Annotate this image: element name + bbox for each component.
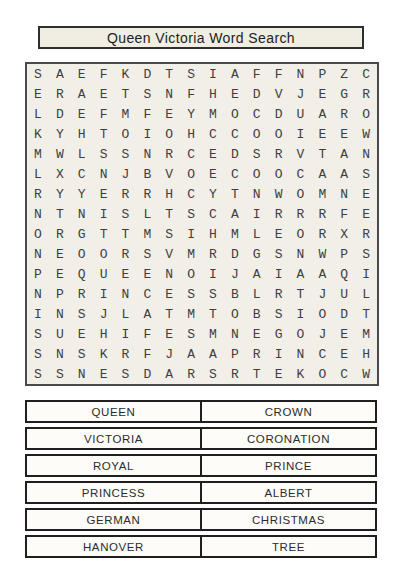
grid-cell-r13c5: L xyxy=(115,304,137,324)
grid-cell-r2c3: A xyxy=(71,84,93,104)
grid-cell-r1c15: Z xyxy=(333,64,355,84)
grid-cell-r14c10: N xyxy=(224,324,246,344)
grid-cell-r6c12: O xyxy=(268,164,290,184)
grid-cell-r7c14: M xyxy=(311,184,333,204)
grid-cell-r16c14: O xyxy=(311,364,333,384)
grid-cell-r7c10: T xyxy=(224,184,246,204)
grid-cell-r15c14: C xyxy=(311,344,333,364)
grid-cell-r5c1: M xyxy=(27,144,49,164)
word-list-row: VICTORIACORONATION xyxy=(25,427,377,450)
grid-cell-r9c13: O xyxy=(290,224,312,244)
grid-cell-r8c1: N xyxy=(27,204,49,224)
grid-cell-r11c15: Q xyxy=(333,264,355,284)
grid-cell-r7c16: E xyxy=(355,184,377,204)
grid-cell-r13c11: B xyxy=(246,304,268,324)
grid-cell-r3c14: A xyxy=(311,104,333,124)
grid-cell-r4c6: I xyxy=(136,124,158,144)
grid-cell-r3c13: U xyxy=(290,104,312,124)
grid-cell-r4c3: H xyxy=(71,124,93,144)
grid-cell-r11c11: A xyxy=(246,264,268,284)
grid-cell-r11c6: E xyxy=(136,264,158,284)
grid-cell-r5c15: A xyxy=(333,144,355,164)
grid-cell-r6c3: C xyxy=(71,164,93,184)
grid-cell-r5c14: T xyxy=(311,144,333,164)
grid-cell-r7c11: N xyxy=(246,184,268,204)
grid-cell-r2c16: R xyxy=(355,84,377,104)
grid-cell-r2c2: R xyxy=(49,84,71,104)
grid-cell-r14c16: M xyxy=(355,324,377,344)
grid-cell-r10c1: N xyxy=(27,244,49,264)
grid-cell-r12c1: N xyxy=(27,284,49,304)
grid-cell-r2c8: F xyxy=(180,84,202,104)
grid-cell-r7c5: R xyxy=(115,184,137,204)
grid-cell-r2c10: E xyxy=(224,84,246,104)
grid-cell-r7c13: O xyxy=(290,184,312,204)
grid-cell-r15c7: J xyxy=(158,344,180,364)
grid-cell-r4c5: O xyxy=(115,124,137,144)
grid-cell-r3c16: O xyxy=(355,104,377,124)
grid-cell-r6c4: N xyxy=(93,164,115,184)
grid-cell-r12c7: E xyxy=(158,284,180,304)
grid-cell-r3c4: F xyxy=(93,104,115,124)
grid-cell-r15c13: N xyxy=(290,344,312,364)
grid-cell-r13c1: I xyxy=(27,304,49,324)
grid-cell-r15c16: H xyxy=(355,344,377,364)
grid-cell-r6c5: J xyxy=(115,164,137,184)
grid-cell-r7c7: H xyxy=(158,184,180,204)
grid-cell-r15c3: S xyxy=(71,344,93,364)
grid-cell-r9c1: O xyxy=(27,224,49,244)
grid-cell-r12c14: J xyxy=(311,284,333,304)
grid-cell-r11c16: I xyxy=(355,264,377,284)
grid-cell-r14c2: U xyxy=(49,324,71,344)
grid-cell-r14c13: O xyxy=(290,324,312,344)
grid-cell-r5c13: V xyxy=(290,144,312,164)
grid-cell-r15c4: K xyxy=(93,344,115,364)
grid-cell-r2c7: N xyxy=(158,84,180,104)
grid-cell-r9c7: S xyxy=(158,224,180,244)
grid-cell-r8c8: S xyxy=(180,204,202,224)
grid-cell-r1c13: N xyxy=(290,64,312,84)
grid-cell-r7c6: R xyxy=(136,184,158,204)
grid-cell-r12c2: P xyxy=(49,284,71,304)
grid-cell-r4c13: I xyxy=(290,124,312,144)
grid-cell-r2c1: E xyxy=(27,84,49,104)
grid-cell-r2c12: V xyxy=(268,84,290,104)
word-item-albert: ALBERT xyxy=(200,483,375,502)
grid-cell-r4c4: T xyxy=(93,124,115,144)
grid-cell-r12c12: R xyxy=(268,284,290,304)
grid-cell-r1c5: K xyxy=(115,64,137,84)
grid-cell-r9c12: E xyxy=(268,224,290,244)
page-title: Queen Victoria Word Search xyxy=(107,30,295,46)
word-list-row: GERMANCHRISTMAS xyxy=(25,508,377,531)
grid-cell-r10c7: V xyxy=(158,244,180,264)
grid-cell-r8c14: R xyxy=(311,204,333,224)
grid-cell-r13c10: O xyxy=(224,304,246,324)
grid-cell-r14c6: F xyxy=(136,324,158,344)
grid-cell-r15c11: R xyxy=(246,344,268,364)
grid-cell-r8c11: I xyxy=(246,204,268,224)
grid-cell-r9c5: T xyxy=(115,224,137,244)
grid-cell-r9c14: R xyxy=(311,224,333,244)
grid-cell-r3c12: D xyxy=(268,104,290,124)
grid-cell-r15c12: I xyxy=(268,344,290,364)
grid-cell-r16c7: A xyxy=(158,364,180,384)
grid-cell-r3c5: M xyxy=(115,104,137,124)
grid-cell-r7c4: E xyxy=(93,184,115,204)
word-item-queen: QUEEN xyxy=(27,402,200,421)
grid-cell-r16c6: D xyxy=(136,364,158,384)
grid-cell-r4c9: C xyxy=(202,124,224,144)
grid-cell-r13c6: A xyxy=(136,304,158,324)
word-item-tree: TREE xyxy=(200,537,375,556)
grid-cell-r5c9: E xyxy=(202,144,224,164)
grid-cell-r16c1: S xyxy=(27,364,49,384)
grid-cell-r10c6: S xyxy=(136,244,158,264)
grid-cell-r14c5: I xyxy=(115,324,137,344)
grid-cell-r5c3: L xyxy=(71,144,93,164)
grid-cell-r11c4: U xyxy=(93,264,115,284)
grid-cell-r6c8: O xyxy=(180,164,202,184)
grid-cell-r16c9: S xyxy=(202,364,224,384)
grid-cell-r5c11: S xyxy=(246,144,268,164)
grid-cell-r8c13: R xyxy=(290,204,312,224)
grid-cell-r10c10: D xyxy=(224,244,246,264)
grid-cell-r14c11: E xyxy=(246,324,268,344)
grid-cell-r13c2: N xyxy=(49,304,71,324)
word-item-christmas: CHRISTMAS xyxy=(200,510,375,529)
grid-cell-r6c15: A xyxy=(333,164,355,184)
grid-cell-r13c14: O xyxy=(311,304,333,324)
grid-cell-r3c6: F xyxy=(136,104,158,124)
grid-cell-r9c8: I xyxy=(180,224,202,244)
grid-cell-r9c3: G xyxy=(71,224,93,244)
grid-cell-r1c12: F xyxy=(268,64,290,84)
grid-cell-r9c6: M xyxy=(136,224,158,244)
grid-cell-r10c12: S xyxy=(268,244,290,264)
grid-cell-r4c10: C xyxy=(224,124,246,144)
grid-cell-r9c16: R xyxy=(355,224,377,244)
word-item-prince: PRINCE xyxy=(200,456,375,475)
grid-cell-r5c10: D xyxy=(224,144,246,164)
grid-cell-r13c13: I xyxy=(290,304,312,324)
grid-cell-r12c16: L xyxy=(355,284,377,304)
grid-cell-r9c2: R xyxy=(49,224,71,244)
title-box: Queen Victoria Word Search xyxy=(38,26,364,49)
grid-cell-r8c2: T xyxy=(49,204,71,224)
grid-cell-r13c8: M xyxy=(180,304,202,324)
grid-cell-r10c2: E xyxy=(49,244,71,264)
grid-cell-r15c1: S xyxy=(27,344,49,364)
grid-cell-r13c9: T xyxy=(202,304,224,324)
grid-cell-r6c10: C xyxy=(224,164,246,184)
grid-cell-r11c7: N xyxy=(158,264,180,284)
word-item-victoria: VICTORIA xyxy=(27,429,200,448)
grid-cell-r10c8: M xyxy=(180,244,202,264)
grid-cell-r2c4: E xyxy=(93,84,115,104)
grid-cell-r12c9: S xyxy=(202,284,224,304)
grid-cell-r13c3: S xyxy=(71,304,93,324)
grid-cell-r6c6: B xyxy=(136,164,158,184)
grid-cell-r8c3: N xyxy=(71,204,93,224)
grid-cell-r15c10: P xyxy=(224,344,246,364)
grid-cell-r3c7: E xyxy=(158,104,180,124)
grid-cell-r15c8: A xyxy=(180,344,202,364)
grid-cell-r10c5: R xyxy=(115,244,137,264)
grid-cell-r1c8: S xyxy=(180,64,202,84)
grid-cell-r13c15: D xyxy=(333,304,355,324)
grid-cell-r13c12: S xyxy=(268,304,290,324)
letter-grid: SAEFKDTSIAFFNPZCERAETSNFHEDVJEGRLDEFMFEY… xyxy=(25,62,379,386)
grid-cell-r12c10: B xyxy=(224,284,246,304)
grid-cell-r7c12: W xyxy=(268,184,290,204)
grid-cell-r14c4: H xyxy=(93,324,115,344)
grid-cell-r15c9: A xyxy=(202,344,224,364)
grid-cell-r9c9: H xyxy=(202,224,224,244)
grid-cell-r3c11: C xyxy=(246,104,268,124)
grid-cell-r7c8: C xyxy=(180,184,202,204)
grid-cell-r9c4: T xyxy=(93,224,115,244)
grid-cell-r10c16: S xyxy=(355,244,377,264)
grid-cell-r5c6: N xyxy=(136,144,158,164)
grid-cell-r1c10: A xyxy=(224,64,246,84)
grid-cell-r3c3: E xyxy=(71,104,93,124)
grid-cell-r1c9: I xyxy=(202,64,224,84)
grid-cell-r10c9: R xyxy=(202,244,224,264)
grid-cell-r10c11: G xyxy=(246,244,268,264)
grid-cell-r4c16: W xyxy=(355,124,377,144)
grid-cell-r14c7: E xyxy=(158,324,180,344)
grid-cell-r6c11: O xyxy=(246,164,268,184)
grid-cell-r14c3: E xyxy=(71,324,93,344)
grid-cell-r11c5: E xyxy=(115,264,137,284)
grid-cell-r12c6: C xyxy=(136,284,158,304)
grid-cell-r13c16: T xyxy=(355,304,377,324)
grid-cell-r6c9: E xyxy=(202,164,224,184)
grid-cell-r9c10: M xyxy=(224,224,246,244)
word-list-row: HANOVERTREE xyxy=(25,535,377,558)
grid-cell-r2c5: T xyxy=(115,84,137,104)
grid-cell-r6c16: S xyxy=(355,164,377,184)
grid-cell-r12c3: R xyxy=(71,284,93,304)
grid-cell-r5c16: N xyxy=(355,144,377,164)
grid-cell-r10c4: O xyxy=(93,244,115,264)
word-item-crown: CROWN xyxy=(200,402,375,421)
grid-cell-r7c3: Y xyxy=(71,184,93,204)
grid-cell-r4c1: K xyxy=(27,124,49,144)
grid-cell-r2c13: J xyxy=(290,84,312,104)
word-item-german: GERMAN xyxy=(27,510,200,529)
grid-cell-r1c11: F xyxy=(246,64,268,84)
grid-cell-r14c15: E xyxy=(333,324,355,344)
grid-cell-r12c5: N xyxy=(115,284,137,304)
word-list: QUEENCROWNVICTORIACORONATIONROYALPRINCEP… xyxy=(25,400,377,558)
grid-cell-r7c9: Y xyxy=(202,184,224,204)
grid-cell-r12c8: S xyxy=(180,284,202,304)
grid-cell-r15c5: R xyxy=(115,344,137,364)
grid-cell-r2c6: S xyxy=(136,84,158,104)
grid-cell-r11c8: O xyxy=(180,264,202,284)
grid-cell-r8c15: F xyxy=(333,204,355,224)
grid-cell-r2c14: E xyxy=(311,84,333,104)
grid-cell-r15c6: F xyxy=(136,344,158,364)
grid-cell-r10c3: O xyxy=(71,244,93,264)
grid-cell-r8c7: T xyxy=(158,204,180,224)
grid-cell-r1c6: D xyxy=(136,64,158,84)
grid-cell-r11c9: I xyxy=(202,264,224,284)
word-list-row: QUEENCROWN xyxy=(25,400,377,423)
grid-cell-r10c13: N xyxy=(290,244,312,264)
grid-cell-r12c15: U xyxy=(333,284,355,304)
grid-cell-r16c15: C xyxy=(333,364,355,384)
grid-cell-r3c8: Y xyxy=(180,104,202,124)
worksheet-page: Queen Victoria Word Search SAEFKDTSIAFFN… xyxy=(0,0,402,575)
grid-cell-r14c9: M xyxy=(202,324,224,344)
grid-cell-r7c2: Y xyxy=(49,184,71,204)
word-item-coronation: CORONATION xyxy=(200,429,375,448)
grid-cell-r8c6: L xyxy=(136,204,158,224)
grid-cell-r11c10: J xyxy=(224,264,246,284)
word-item-hanover: HANOVER xyxy=(27,537,200,556)
grid-cell-r8c5: S xyxy=(115,204,137,224)
grid-cell-r16c16: W xyxy=(355,364,377,384)
grid-cell-r8c10: A xyxy=(224,204,246,224)
word-item-princess: PRINCESS xyxy=(27,483,200,502)
grid-cell-r8c9: C xyxy=(202,204,224,224)
grid-cell-r16c3: N xyxy=(71,364,93,384)
grid-cell-r12c11: L xyxy=(246,284,268,304)
grid-cell-r13c7: T xyxy=(158,304,180,324)
grid-cell-r14c12: G xyxy=(268,324,290,344)
grid-cell-r3c15: R xyxy=(333,104,355,124)
grid-cell-r1c14: P xyxy=(311,64,333,84)
word-item-royal: ROYAL xyxy=(27,456,200,475)
grid-cell-r1c7: T xyxy=(158,64,180,84)
grid-cell-r11c14: A xyxy=(311,264,333,284)
grid-cell-r7c1: R xyxy=(27,184,49,204)
grid-cell-r13c4: J xyxy=(93,304,115,324)
grid-cell-r16c2: S xyxy=(49,364,71,384)
grid-cell-r11c1: P xyxy=(27,264,49,284)
grid-cell-r2c11: D xyxy=(246,84,268,104)
grid-cell-r5c4: S xyxy=(93,144,115,164)
grid-cell-r14c8: S xyxy=(180,324,202,344)
grid-cell-r15c15: E xyxy=(333,344,355,364)
grid-cell-r8c4: I xyxy=(93,204,115,224)
grid-cell-r4c15: E xyxy=(333,124,355,144)
grid-cell-r1c4: F xyxy=(93,64,115,84)
grid-cell-r1c1: S xyxy=(27,64,49,84)
grid-cell-r1c16: C xyxy=(355,64,377,84)
grid-cell-r11c2: E xyxy=(49,264,71,284)
grid-cell-r11c12: I xyxy=(268,264,290,284)
grid-cell-r8c12: R xyxy=(268,204,290,224)
grid-cell-r3c9: M xyxy=(202,104,224,124)
grid-cell-r12c13: T xyxy=(290,284,312,304)
grid-cell-r16c10: R xyxy=(224,364,246,384)
grid-cell-r16c4: E xyxy=(93,364,115,384)
grid-cell-r16c13: K xyxy=(290,364,312,384)
word-list-row: ROYALPRINCE xyxy=(25,454,377,477)
grid-cell-r2c15: G xyxy=(333,84,355,104)
grid-cell-r15c2: N xyxy=(49,344,71,364)
grid-cell-r16c11: T xyxy=(246,364,268,384)
grid-cell-r4c2: Y xyxy=(49,124,71,144)
grid-cell-r12c4: I xyxy=(93,284,115,304)
grid-cell-r5c12: R xyxy=(268,144,290,164)
grid-cell-r5c8: C xyxy=(180,144,202,164)
grid-cell-r3c2: D xyxy=(49,104,71,124)
grid-cell-r16c8: R xyxy=(180,364,202,384)
grid-cell-r16c12: E xyxy=(268,364,290,384)
grid-cell-r16c5: S xyxy=(115,364,137,384)
grid-cell-r4c8: H xyxy=(180,124,202,144)
grid-cell-r1c2: A xyxy=(49,64,71,84)
grid-cell-r6c7: V xyxy=(158,164,180,184)
grid-cell-r11c13: A xyxy=(290,264,312,284)
grid-cell-r14c1: S xyxy=(27,324,49,344)
grid-cell-r10c15: P xyxy=(333,244,355,264)
grid-cell-r4c14: E xyxy=(311,124,333,144)
grid-cell-r9c11: L xyxy=(246,224,268,244)
grid-cell-r6c13: C xyxy=(290,164,312,184)
grid-cell-r6c1: L xyxy=(27,164,49,184)
grid-cell-r4c11: O xyxy=(246,124,268,144)
grid-cell-r6c14: A xyxy=(311,164,333,184)
grid-cell-r2c9: H xyxy=(202,84,224,104)
grid-cell-r3c1: L xyxy=(27,104,49,124)
word-list-row: PRINCESSALBERT xyxy=(25,481,377,504)
grid-cell-r3c10: O xyxy=(224,104,246,124)
grid-cell-r4c12: O xyxy=(268,124,290,144)
grid-cell-r6c2: X xyxy=(49,164,71,184)
grid-cell-r14c14: J xyxy=(311,324,333,344)
grid-cell-r5c5: S xyxy=(115,144,137,164)
grid-cell-r10c14: W xyxy=(311,244,333,264)
grid-cell-r9c15: X xyxy=(333,224,355,244)
grid-cell-r8c16: E xyxy=(355,204,377,224)
grid-cell-r4c7: O xyxy=(158,124,180,144)
grid-cell-r5c2: W xyxy=(49,144,71,164)
grid-cell-r7c15: N xyxy=(333,184,355,204)
grid-cell-r5c7: R xyxy=(158,144,180,164)
grid-cell-r1c3: E xyxy=(71,64,93,84)
grid-cell-r11c3: Q xyxy=(71,264,93,284)
